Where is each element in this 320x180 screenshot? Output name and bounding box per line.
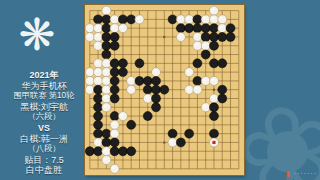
stone-highlight <box>212 17 214 19</box>
black-stone <box>168 129 177 138</box>
stone-highlight <box>113 167 115 169</box>
stone-highlight <box>121 114 123 116</box>
black-stone <box>176 24 185 33</box>
black-stone <box>168 15 177 24</box>
black-stone <box>127 147 136 156</box>
black-stone <box>209 59 218 68</box>
stone-highlight <box>104 105 106 107</box>
stone-highlight <box>204 79 206 81</box>
black-stone <box>118 68 127 77</box>
white-stone <box>209 76 218 85</box>
white-stone <box>110 129 119 138</box>
white-stone <box>102 94 111 103</box>
black-player-label: 黑棋:刘宇航 <box>0 102 88 113</box>
white-stone <box>185 85 194 94</box>
black-stone <box>152 103 161 112</box>
white-stone <box>94 59 103 68</box>
black-stone <box>102 138 111 147</box>
white-stone <box>102 59 111 68</box>
black-stone <box>94 112 103 121</box>
stone-highlight <box>113 131 115 133</box>
white-stone <box>102 156 111 165</box>
black-stone <box>110 112 119 121</box>
star-point <box>163 141 165 143</box>
black-stone <box>110 76 119 85</box>
stone-highlight <box>96 79 98 81</box>
black-stone <box>209 24 218 33</box>
black-stone <box>193 24 202 33</box>
white-stone <box>118 24 127 33</box>
white-stone <box>94 76 103 85</box>
result-label: 白中盘胜 <box>0 165 88 176</box>
stone-highlight <box>88 26 90 28</box>
stone-highlight <box>195 87 197 89</box>
white-stone <box>193 85 202 94</box>
stone-highlight <box>104 87 106 89</box>
white-stone <box>185 15 194 24</box>
black-stone <box>110 59 119 68</box>
black-stone <box>94 147 103 156</box>
stone-highlight <box>96 26 98 28</box>
last-move-marker <box>212 141 215 144</box>
black-stone <box>110 32 119 41</box>
black-stone <box>193 76 202 85</box>
black-stone <box>94 120 103 129</box>
white-stone <box>209 6 218 15</box>
game-info-panel: 2021年 华为手机杯 围甲联赛 第10轮 黑棋:刘宇航 （六段） VS 白棋:… <box>0 70 88 176</box>
stone-highlight <box>220 17 222 19</box>
stone-highlight <box>96 140 98 142</box>
go-board-svg <box>85 5 244 175</box>
stone-highlight <box>204 17 206 19</box>
black-stone <box>218 32 227 41</box>
white-stone <box>102 147 111 156</box>
black-stone <box>110 41 119 50</box>
stone-highlight <box>212 8 214 10</box>
white-stone <box>218 15 227 24</box>
white-stone <box>127 76 136 85</box>
white-stone <box>193 32 202 41</box>
white-stone <box>110 24 119 33</box>
black-stone <box>110 68 119 77</box>
black-stone <box>152 85 161 94</box>
black-stone <box>176 138 185 147</box>
stone-highlight <box>212 79 214 81</box>
white-stone <box>85 76 94 85</box>
black-stone <box>152 94 161 103</box>
stone-highlight <box>212 96 214 98</box>
black-stone <box>110 94 119 103</box>
black-stone <box>110 138 119 147</box>
stone-highlight <box>104 158 106 160</box>
stone-highlight <box>179 35 181 37</box>
stone-highlight <box>104 61 106 63</box>
stone-highlight <box>220 26 222 28</box>
white-stone <box>209 15 218 24</box>
white-stone <box>102 85 111 94</box>
white-stone <box>218 24 227 33</box>
black-stone <box>209 41 218 50</box>
black-stone <box>110 85 119 94</box>
stone-highlight <box>204 105 206 107</box>
black-stone <box>94 129 103 138</box>
stone-highlight <box>137 17 139 19</box>
stone-highlight <box>179 17 181 19</box>
stone-highlight <box>88 79 90 81</box>
white-stone <box>201 76 210 85</box>
stone-highlight <box>187 70 189 72</box>
stone-highlight <box>195 35 197 37</box>
black-stone <box>218 59 227 68</box>
league-label: 围甲联赛 第10轮 <box>0 91 88 102</box>
white-stone <box>176 32 185 41</box>
black-stone <box>193 15 202 24</box>
stone-highlight <box>129 79 131 81</box>
black-stone <box>201 32 210 41</box>
stone-highlight <box>104 96 106 98</box>
black-stone <box>118 59 127 68</box>
white-stone <box>94 24 103 33</box>
black-stone <box>102 24 111 33</box>
white-stone <box>102 68 111 77</box>
white-stone <box>176 15 185 24</box>
stone-highlight <box>96 61 98 63</box>
white-stone <box>85 68 94 77</box>
white-stone <box>110 164 119 173</box>
black-stone <box>102 50 111 59</box>
black-stone <box>226 24 235 33</box>
stone-highlight <box>187 17 189 19</box>
stone-highlight <box>96 35 98 37</box>
video-frame: ❀ ❋ 2021年 华为手机杯 围甲联赛 第10轮 黑棋:刘宇航 （六段） VS… <box>0 0 320 180</box>
stone-highlight <box>88 35 90 37</box>
event-label: 华为手机杯 <box>0 81 88 92</box>
black-stone <box>143 112 152 121</box>
black-stone <box>209 103 218 112</box>
black-stone <box>135 59 144 68</box>
stone-highlight <box>104 8 106 10</box>
white-stone <box>118 112 127 121</box>
black-stone <box>143 76 152 85</box>
stone-highlight <box>96 43 98 45</box>
black-stone <box>110 147 119 156</box>
stone-highlight <box>88 87 90 89</box>
white-stone <box>94 138 103 147</box>
black-stone <box>226 32 235 41</box>
black-rank-label: （六段） <box>0 112 88 123</box>
stone-highlight <box>129 87 131 89</box>
white-stone <box>110 120 119 129</box>
watermark: ▮ ······· <box>286 170 317 178</box>
flower-logo-icon: ❋ <box>6 8 68 62</box>
star-point <box>163 36 165 38</box>
stone-highlight <box>154 70 156 72</box>
black-stone <box>209 32 218 41</box>
stone-highlight <box>113 17 115 19</box>
black-stone <box>102 32 111 41</box>
white-stone <box>135 15 144 24</box>
star-point <box>213 89 215 91</box>
black-stone <box>185 24 194 33</box>
black-stone <box>201 24 210 33</box>
stone-highlight <box>204 43 206 45</box>
white-stone <box>143 94 152 103</box>
white-rank-label: （八段） <box>0 144 88 155</box>
black-stone <box>185 129 194 138</box>
white-stone <box>102 103 111 112</box>
black-stone <box>218 85 227 94</box>
black-stone <box>102 15 111 24</box>
black-stone <box>102 129 111 138</box>
black-stone <box>118 147 127 156</box>
white-stone <box>94 41 103 50</box>
white-stone <box>127 85 136 94</box>
black-stone <box>94 94 103 103</box>
year-label: 2021年 <box>0 70 88 81</box>
black-stone <box>218 94 227 103</box>
stone-highlight <box>195 43 197 45</box>
black-stone <box>127 15 136 24</box>
black-stone <box>209 129 218 138</box>
black-stone <box>152 76 161 85</box>
komi-label: 贴目：7.5 <box>0 155 88 166</box>
white-stone <box>85 85 94 94</box>
black-stone <box>94 85 103 94</box>
watermark-badge-icon: ▮ <box>286 170 291 177</box>
white-player-label: 白棋:韩一洲 <box>0 134 88 145</box>
white-stone <box>94 68 103 77</box>
stone-highlight <box>104 70 106 72</box>
black-stone <box>85 147 94 156</box>
white-stone <box>110 15 119 24</box>
white-stone <box>102 76 111 85</box>
stone-highlight <box>146 96 148 98</box>
white-stone <box>152 68 161 77</box>
stone-highlight <box>187 87 189 89</box>
stone-highlight <box>104 149 106 151</box>
watermark-text: ······· <box>294 170 317 177</box>
black-stone <box>94 15 103 24</box>
white-stone <box>94 32 103 41</box>
stone-highlight <box>121 26 123 28</box>
white-stone <box>85 24 94 33</box>
black-stone <box>135 76 144 85</box>
stone-highlight <box>104 79 106 81</box>
black-stone <box>193 59 202 68</box>
white-stone <box>201 41 210 50</box>
stone-highlight <box>113 123 115 125</box>
black-stone <box>160 85 169 94</box>
black-stone <box>209 112 218 121</box>
black-stone <box>94 103 103 112</box>
white-stone <box>85 32 94 41</box>
stone-highlight <box>170 140 172 142</box>
black-stone <box>201 50 210 59</box>
white-stone <box>193 41 202 50</box>
stone-highlight <box>96 70 98 72</box>
stone-highlight <box>113 26 115 28</box>
stone-highlight <box>88 70 90 72</box>
white-stone <box>209 94 218 103</box>
white-stone <box>168 138 177 147</box>
white-stone <box>102 6 111 15</box>
black-stone <box>102 41 111 50</box>
white-stone <box>201 15 210 24</box>
black-stone <box>118 15 127 24</box>
black-stone <box>143 85 152 94</box>
go-board <box>85 5 244 175</box>
white-stone <box>185 68 194 77</box>
white-stone <box>201 103 210 112</box>
vs-label: VS <box>0 123 88 134</box>
black-stone <box>127 120 136 129</box>
